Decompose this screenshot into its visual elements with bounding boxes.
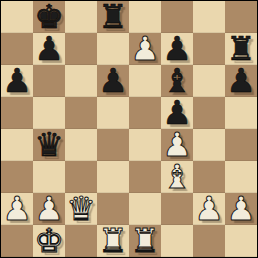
white-rook: ♜ [98,224,128,257]
square-d8[interactable]: ♜ [97,1,129,33]
square-b6[interactable] [33,65,65,97]
square-c2[interactable]: ♛ [65,193,97,225]
square-g1[interactable] [193,225,225,257]
board-frame: ♚♜♟♟♟♜♟♟♝♟♟♛♟♝♟♟♛♟♟♚♜♜ [0,0,258,258]
square-b1[interactable]: ♚ [33,225,65,257]
white-pawn: ♟ [226,192,256,225]
square-c4[interactable] [65,129,97,161]
square-a4[interactable] [1,129,33,161]
square-g8[interactable] [193,1,225,33]
square-e4[interactable] [129,129,161,161]
square-f1[interactable] [161,225,193,257]
square-g4[interactable] [193,129,225,161]
black-pawn: ♟ [226,64,256,97]
white-bishop: ♝ [162,160,192,193]
square-e6[interactable] [129,65,161,97]
black-pawn: ♟ [98,64,128,97]
white-pawn: ♟ [130,32,160,65]
square-e3[interactable] [129,161,161,193]
square-e7[interactable]: ♟ [129,33,161,65]
square-c8[interactable] [65,1,97,33]
square-h6[interactable]: ♟ [225,65,257,97]
square-c1[interactable] [65,225,97,257]
square-d1[interactable]: ♜ [97,225,129,257]
square-g2[interactable]: ♟ [193,193,225,225]
white-pawn: ♟ [194,192,224,225]
square-c7[interactable] [65,33,97,65]
white-queen: ♛ [66,192,96,225]
black-pawn: ♟ [34,32,64,65]
square-g6[interactable] [193,65,225,97]
square-h4[interactable] [225,129,257,161]
square-a2[interactable]: ♟ [1,193,33,225]
square-g5[interactable] [193,97,225,129]
white-rook: ♜ [130,224,160,257]
square-a1[interactable] [1,225,33,257]
square-h1[interactable] [225,225,257,257]
square-e1[interactable]: ♜ [129,225,161,257]
white-king: ♚ [34,224,64,257]
chess-board: ♚♜♟♟♟♜♟♟♝♟♟♛♟♝♟♟♛♟♟♚♜♜ [1,1,257,257]
square-c5[interactable] [65,97,97,129]
black-rook: ♜ [98,0,128,33]
square-b7[interactable]: ♟ [33,33,65,65]
square-g7[interactable] [193,33,225,65]
square-c6[interactable] [65,65,97,97]
square-d4[interactable] [97,129,129,161]
square-f2[interactable] [161,193,193,225]
square-h2[interactable]: ♟ [225,193,257,225]
square-f3[interactable]: ♝ [161,161,193,193]
square-d5[interactable] [97,97,129,129]
black-queen: ♛ [34,128,64,161]
white-pawn: ♟ [2,192,32,225]
square-d3[interactable] [97,161,129,193]
black-pawn: ♟ [2,64,32,97]
square-a5[interactable] [1,97,33,129]
square-e5[interactable] [129,97,161,129]
square-a6[interactable]: ♟ [1,65,33,97]
square-h5[interactable] [225,97,257,129]
square-a8[interactable] [1,1,33,33]
square-b4[interactable]: ♛ [33,129,65,161]
square-d6[interactable]: ♟ [97,65,129,97]
